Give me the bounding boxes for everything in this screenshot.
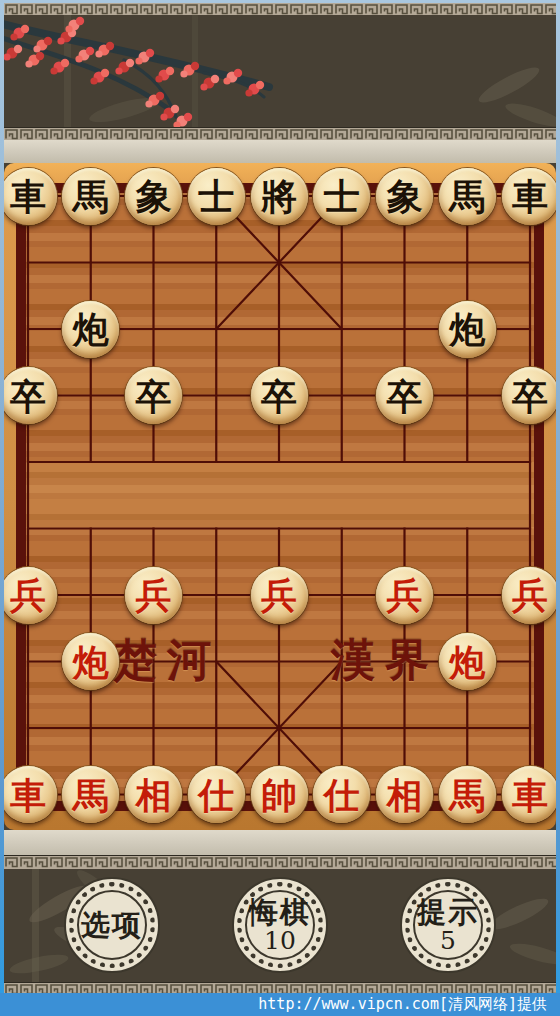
- cream-strip-top: [4, 140, 556, 163]
- piece-red-horse[interactable]: 馬: [62, 766, 119, 823]
- piece-red-horse[interactable]: 馬: [439, 766, 496, 823]
- piece-black-advisor[interactable]: 士: [188, 168, 245, 225]
- piece-red-cannon[interactable]: 炮: [62, 633, 119, 690]
- meander-border-upper: [4, 128, 556, 140]
- left-edge: [0, 0, 4, 993]
- piece-red-soldier[interactable]: 兵: [125, 567, 182, 624]
- piece-red-chariot[interactable]: 車: [502, 766, 559, 823]
- piece-red-soldier[interactable]: 兵: [376, 567, 433, 624]
- piece-red-advisor[interactable]: 仕: [188, 766, 245, 823]
- piece-black-horse[interactable]: 馬: [62, 168, 119, 225]
- piece-red-elephant[interactable]: 相: [376, 766, 433, 823]
- piece-black-soldier[interactable]: 卒: [251, 367, 308, 424]
- piece-red-general[interactable]: 帥: [251, 766, 308, 823]
- piece-red-cannon[interactable]: 炮: [439, 633, 496, 690]
- piece-red-soldier[interactable]: 兵: [0, 567, 57, 624]
- bottom-toolbar-panel: 选项 悔棋 10 提示 5: [4, 869, 556, 983]
- undo-count-badge: 10: [264, 928, 296, 953]
- piece-black-soldier[interactable]: 卒: [376, 367, 433, 424]
- hint-button-label: 提示: [417, 897, 479, 927]
- piece-red-advisor[interactable]: 仕: [313, 766, 370, 823]
- piece-black-soldier[interactable]: 卒: [502, 367, 559, 424]
- xiangqi-app-screen: 楚河 漢界 車馬象士將士象馬車炮炮卒卒卒卒卒兵兵兵兵兵炮炮車馬相仕帥仕相馬車 选…: [0, 0, 560, 1016]
- piece-black-cannon[interactable]: 炮: [439, 301, 496, 358]
- options-button-label: 选项: [81, 910, 143, 940]
- hint-count-badge: 5: [440, 928, 456, 953]
- piece-black-elephant[interactable]: 象: [125, 168, 182, 225]
- footer-url-text: http://www.vipcn.com[清风网络]提供: [258, 997, 547, 1012]
- top-edge: [0, 0, 560, 3]
- piece-black-advisor[interactable]: 士: [313, 168, 370, 225]
- undo-button-label: 悔棋: [249, 897, 311, 927]
- options-button[interactable]: 选项: [64, 877, 160, 973]
- meander-border-top: [4, 3, 556, 15]
- piece-black-elephant[interactable]: 象: [376, 168, 433, 225]
- meander-border-lower: [4, 856, 556, 869]
- piece-black-soldier[interactable]: 卒: [0, 367, 57, 424]
- cream-strip-bottom: [4, 830, 556, 856]
- hint-button[interactable]: 提示 5: [400, 877, 496, 973]
- piece-red-soldier[interactable]: 兵: [502, 567, 559, 624]
- plum-blossom-art: [4, 15, 556, 128]
- right-edge: [556, 0, 560, 993]
- footer-bar: http://www.vipcn.com[清风网络]提供: [0, 993, 560, 1016]
- piece-black-soldier[interactable]: 卒: [125, 367, 182, 424]
- piece-black-general[interactable]: 將: [251, 168, 308, 225]
- piece-black-cannon[interactable]: 炮: [62, 301, 119, 358]
- piece-red-soldier[interactable]: 兵: [251, 567, 308, 624]
- meander-border-bottom: [4, 983, 556, 993]
- top-decor-panel: [4, 15, 556, 128]
- piece-black-horse[interactable]: 馬: [439, 168, 496, 225]
- piece-black-chariot[interactable]: 車: [0, 168, 57, 225]
- undo-button[interactable]: 悔棋 10: [232, 877, 328, 973]
- piece-red-elephant[interactable]: 相: [125, 766, 182, 823]
- piece-black-chariot[interactable]: 車: [502, 168, 559, 225]
- xiangqi-board[interactable]: 楚河 漢界 車馬象士將士象馬車炮炮卒卒卒卒卒兵兵兵兵兵炮炮車馬相仕帥仕相馬車: [4, 163, 556, 830]
- piece-red-chariot[interactable]: 車: [0, 766, 57, 823]
- board-grid[interactable]: [4, 163, 556, 830]
